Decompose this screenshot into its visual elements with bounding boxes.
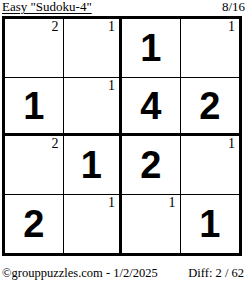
given-count: 8/16 <box>222 0 245 14</box>
pencil-mark: 1 <box>228 137 235 151</box>
footer: ©grouppuzzles.com - 1/2/2025 Diff: 2 / 6… <box>2 264 244 280</box>
cell-digit: 1 <box>199 205 220 243</box>
puzzle-page: { "game": "Sudoku-4 (4x4 sudoku)", "posi… <box>0 0 247 282</box>
pencil-mark: 2 <box>52 137 59 151</box>
cell-r3c4[interactable]: 1 <box>181 136 240 195</box>
cell-r2c4[interactable]: 2 <box>181 78 240 137</box>
cell-r4c2[interactable]: 1 <box>64 195 123 254</box>
pencil-mark: 2 <box>52 20 59 34</box>
cell-r2c3[interactable]: 4 <box>122 78 181 137</box>
sudoku-board: 2 1 1 1 1 1 4 2 2 1 2 1 <box>2 16 242 256</box>
difficulty-label: Diff: 2 / 62 <box>188 266 244 280</box>
cell-r1c2[interactable]: 1 <box>64 19 123 78</box>
cell-digit: 1 <box>140 29 161 67</box>
cell-r1c4[interactable]: 1 <box>181 19 240 78</box>
pencil-mark: 1 <box>228 20 235 34</box>
cell-r1c1[interactable]: 2 <box>5 19 64 78</box>
cell-digit: 2 <box>140 146 161 184</box>
cell-r4c4[interactable]: 1 <box>181 195 240 254</box>
cell-r3c3[interactable]: 2 <box>122 136 181 195</box>
cell-r3c1[interactable]: 2 <box>5 136 64 195</box>
cell-r1c3[interactable]: 1 <box>122 19 181 78</box>
cell-digit: 1 <box>23 87 44 125</box>
cell-r2c1[interactable]: 1 <box>5 78 64 137</box>
cell-r2c2[interactable]: 1 <box>64 78 123 137</box>
copyright-date: ©grouppuzzles.com - 1/2/2025 <box>2 266 158 280</box>
cell-r4c1[interactable]: 2 <box>5 195 64 254</box>
cell-digit: 1 <box>81 146 102 184</box>
cell-digit: 2 <box>199 87 220 125</box>
pencil-mark: 1 <box>169 196 176 210</box>
pencil-mark: 1 <box>108 196 115 210</box>
puzzle-title: Easy "Sudoku-4" <box>2 0 92 14</box>
header: Easy "Sudoku-4" 8/16 <box>2 0 245 16</box>
cell-r3c2[interactable]: 1 <box>64 136 123 195</box>
pencil-mark: 1 <box>108 79 115 93</box>
cell-digit: 2 <box>23 205 44 243</box>
pencil-mark: 1 <box>108 20 115 34</box>
cell-r4c3[interactable]: 1 <box>122 195 181 254</box>
cell-digit: 4 <box>140 87 161 125</box>
